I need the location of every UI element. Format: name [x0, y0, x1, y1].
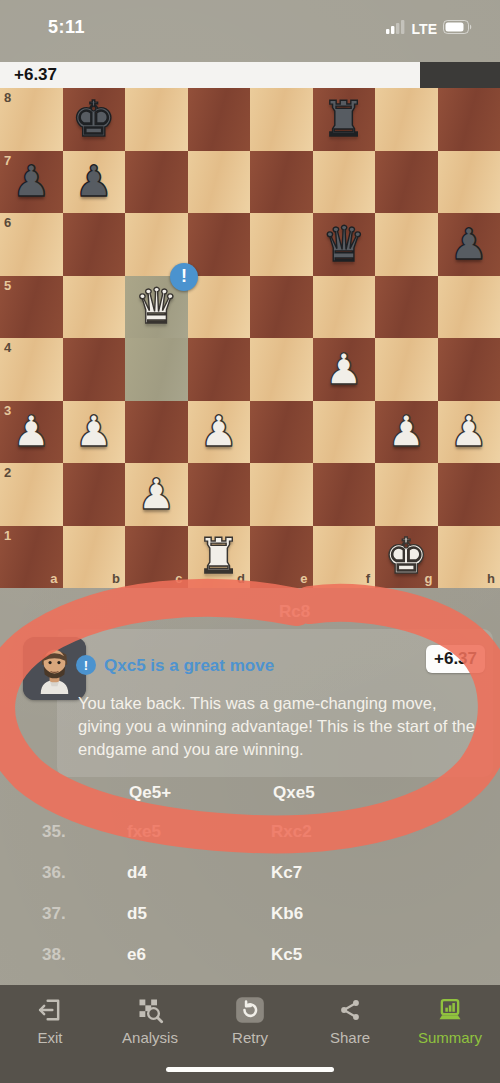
square-d4[interactable] — [188, 338, 251, 401]
square-c8[interactable] — [125, 88, 188, 151]
square-e6[interactable] — [250, 213, 313, 276]
file-label: a — [50, 571, 57, 586]
square-g1[interactable]: g♚ — [375, 526, 438, 589]
white-pawn[interactable]: ♟ — [375, 401, 438, 464]
file-label: h — [487, 571, 495, 586]
analysis-icon — [100, 993, 200, 1027]
square-d3[interactable]: ♟ — [188, 401, 251, 464]
move-row: 37.d5Kb6 — [0, 904, 500, 928]
move-number: 38. — [42, 945, 66, 965]
chess-board[interactable]: 8♚♜7♟♟6♛♟5♛4♟3♟♟♟♟♟2♟1abcd♜efg♚h! — [0, 88, 500, 588]
square-a3[interactable]: 3♟ — [0, 401, 63, 464]
square-c7[interactable] — [125, 151, 188, 214]
white-pawn[interactable]: ♟ — [188, 401, 251, 464]
rank-label: 4 — [4, 340, 11, 355]
square-h2[interactable] — [438, 463, 500, 526]
square-a5[interactable]: 5 — [0, 276, 63, 339]
square-f8[interactable]: ♜ — [313, 88, 376, 151]
white-pawn[interactable]: ♟ — [438, 401, 500, 464]
square-b1[interactable]: b — [63, 526, 126, 589]
file-label: f — [366, 571, 370, 586]
move-row: 36.d4Kc7 — [0, 863, 500, 887]
comment-title: Qxc5 is a great move — [104, 656, 274, 676]
square-g6[interactable] — [375, 213, 438, 276]
square-a7[interactable]: 7♟ — [0, 151, 63, 214]
square-h5[interactable] — [438, 276, 500, 339]
square-f1[interactable]: f — [313, 526, 376, 589]
square-d1[interactable]: d♜ — [188, 526, 251, 589]
square-h4[interactable] — [438, 338, 500, 401]
rank-label: 2 — [4, 465, 11, 480]
square-f6[interactable]: ♛ — [313, 213, 376, 276]
square-f7[interactable] — [313, 151, 376, 214]
file-label: e — [300, 571, 307, 586]
white-pawn[interactable]: ♟ — [313, 338, 376, 401]
exit-icon — [0, 993, 100, 1027]
rank-label: 8 — [4, 90, 11, 105]
move-black[interactable]: Kb6 — [271, 904, 303, 924]
comment-body: You take back. This was a game-changing … — [78, 692, 476, 761]
file-label: d — [237, 571, 245, 586]
network-type-label: LTE — [412, 21, 437, 37]
square-e5[interactable] — [250, 276, 313, 339]
square-b4[interactable] — [63, 338, 126, 401]
rank-label: 5 — [4, 278, 11, 293]
move-row: 38.e6Kc5 — [0, 945, 500, 969]
move-white[interactable]: d5 — [127, 904, 147, 924]
move-number: 37. — [42, 904, 66, 924]
square-g4[interactable] — [375, 338, 438, 401]
square-e7[interactable] — [250, 151, 313, 214]
move-row: 35.fxe5Rxc2 — [0, 822, 500, 846]
file-label: g — [425, 571, 433, 586]
square-h1[interactable]: h — [438, 526, 500, 589]
move-number: 36. — [42, 863, 66, 883]
white-pawn[interactable]: ♟ — [125, 463, 188, 526]
square-g7[interactable] — [375, 151, 438, 214]
analysis-panel: Rc8 ! Qxc5 is a great move +6.37 You tak… — [0, 588, 500, 985]
square-d5[interactable] — [188, 276, 251, 339]
square-a1[interactable]: 1a — [0, 526, 63, 589]
move-white[interactable]: Qe5+ — [129, 783, 171, 803]
square-d6[interactable] — [188, 213, 251, 276]
square-f4[interactable]: ♟ — [313, 338, 376, 401]
home-indicator[interactable] — [166, 1067, 334, 1072]
great-move-icon: ! — [76, 655, 96, 675]
move-black[interactable]: Rc8 — [279, 602, 310, 621]
square-h7[interactable] — [438, 151, 500, 214]
square-h8[interactable] — [438, 88, 500, 151]
square-e1[interactable]: e — [250, 526, 313, 589]
white-pawn[interactable]: ♟ — [63, 401, 126, 464]
square-a8[interactable]: 8 — [0, 88, 63, 151]
square-d8[interactable] — [188, 88, 251, 151]
evaluation-bar-black-segment — [420, 62, 500, 88]
square-c4[interactable] — [125, 338, 188, 401]
square-b3[interactable]: ♟ — [63, 401, 126, 464]
file-label: c — [175, 571, 182, 586]
share-button[interactable]: Share — [300, 993, 400, 1046]
square-h6[interactable]: ♟ — [438, 213, 500, 276]
black-pawn[interactable]: ♟ — [63, 151, 126, 214]
square-c2[interactable]: ♟ — [125, 463, 188, 526]
square-d2[interactable] — [188, 463, 251, 526]
move-number: 35. — [42, 822, 66, 842]
square-c3[interactable] — [125, 401, 188, 464]
move-white[interactable]: e6 — [127, 945, 146, 965]
square-f2[interactable] — [313, 463, 376, 526]
eval-badge: +6.37 — [426, 645, 485, 673]
status-bar: 5:11 LTE — [0, 0, 500, 60]
share-icon — [300, 993, 400, 1027]
square-e3[interactable] — [250, 401, 313, 464]
square-c1[interactable]: c — [125, 526, 188, 589]
black-pawn[interactable]: ♟ — [438, 213, 500, 276]
move-black[interactable]: Kc5 — [271, 945, 302, 965]
retry-button[interactable]: Retry — [200, 993, 300, 1046]
square-g5[interactable] — [375, 276, 438, 339]
black-queen[interactable]: ♛ — [313, 213, 376, 276]
square-g3[interactable]: ♟ — [375, 401, 438, 464]
square-b2[interactable] — [63, 463, 126, 526]
file-label: b — [112, 571, 120, 586]
square-d7[interactable] — [188, 151, 251, 214]
square-g8[interactable] — [375, 88, 438, 151]
app-background: 5:11 LTE +6.37 — [0, 0, 500, 1083]
rank-label: 7 — [4, 153, 11, 168]
square-g2[interactable] — [375, 463, 438, 526]
square-e2[interactable] — [250, 463, 313, 526]
square-b8[interactable]: ♚ — [63, 88, 126, 151]
move-white[interactable]: d4 — [127, 863, 147, 883]
move-black[interactable]: Kc7 — [271, 863, 302, 883]
black-rook[interactable]: ♜ — [313, 88, 376, 151]
evaluation-bar: +6.37 — [0, 62, 500, 88]
retry-icon — [200, 993, 300, 1027]
move-row[interactable]: Rc8 — [279, 602, 310, 622]
black-king[interactable]: ♚ — [63, 88, 126, 151]
square-f5[interactable] — [313, 276, 376, 339]
square-b7[interactable]: ♟ — [63, 151, 126, 214]
clock: 5:11 — [48, 17, 85, 38]
analysis-button[interactable]: Analysis — [100, 993, 200, 1046]
square-a4[interactable]: 4 — [0, 338, 63, 401]
move-white[interactable]: fxe5 — [127, 822, 161, 842]
square-f3[interactable] — [313, 401, 376, 464]
square-h3[interactable]: ♟ — [438, 401, 500, 464]
exit-button[interactable]: Exit — [0, 993, 100, 1046]
signal-strength-icon — [386, 20, 406, 38]
square-a6[interactable]: 6 — [0, 213, 63, 276]
move-black[interactable]: Qxe5 — [273, 783, 315, 803]
square-a2[interactable]: 2 — [0, 463, 63, 526]
rank-label: 3 — [4, 403, 11, 418]
rank-label: 1 — [4, 528, 11, 543]
summary-icon — [400, 993, 500, 1027]
summary-button[interactable]: Summary — [400, 993, 500, 1046]
square-e4[interactable] — [250, 338, 313, 401]
rank-label: 6 — [4, 215, 11, 230]
square-e8[interactable] — [250, 88, 313, 151]
move-black[interactable]: Rxc2 — [271, 822, 312, 842]
great-move-board-badge: ! — [170, 263, 198, 291]
square-b5[interactable] — [63, 276, 126, 339]
battery-icon — [443, 20, 472, 38]
square-b6[interactable] — [63, 213, 126, 276]
evaluation-value: +6.37 — [14, 65, 57, 85]
